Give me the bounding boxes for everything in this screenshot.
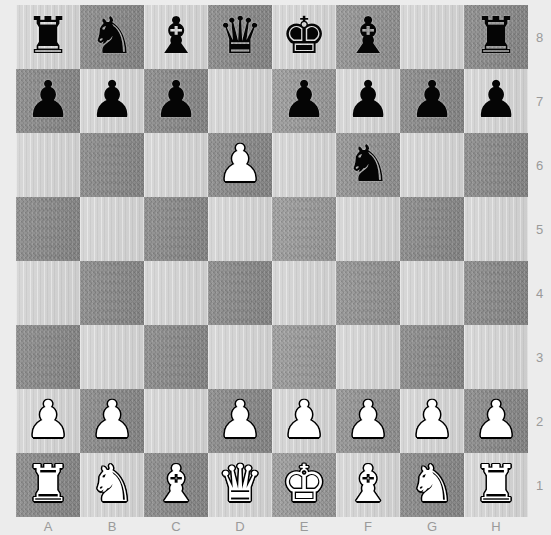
black-bishop-f8[interactable]: ♝: [345, 10, 391, 61]
white-bishop-f1[interactable]: ♝: [345, 458, 391, 509]
file-labels: ABCDEFGH: [16, 517, 528, 535]
square-a5[interactable]: [16, 197, 80, 261]
black-bishop-c8[interactable]: ♝: [153, 10, 199, 61]
square-b8[interactable]: ♞: [80, 5, 144, 69]
file-label-g: G: [400, 517, 464, 535]
rank-label-4: 4: [528, 261, 551, 325]
square-d2[interactable]: ♟: [208, 389, 272, 453]
white-king-e1[interactable]: ♚: [281, 458, 327, 509]
square-e3[interactable]: [272, 325, 336, 389]
white-queen-d1[interactable]: ♛: [217, 458, 263, 509]
square-g6[interactable]: [400, 133, 464, 197]
square-e7[interactable]: ♟: [272, 69, 336, 133]
square-b2[interactable]: ♟: [80, 389, 144, 453]
black-pawn-e7[interactable]: ♟: [281, 74, 327, 125]
square-f1[interactable]: ♝: [336, 453, 400, 517]
white-rook-h1[interactable]: ♜: [473, 458, 519, 509]
square-f3[interactable]: [336, 325, 400, 389]
square-d8[interactable]: ♛: [208, 5, 272, 69]
square-a7[interactable]: ♟: [16, 69, 80, 133]
square-f6[interactable]: ♞: [336, 133, 400, 197]
square-g5[interactable]: [400, 197, 464, 261]
square-g3[interactable]: [400, 325, 464, 389]
white-pawn-h2[interactable]: ♟: [473, 394, 519, 445]
square-g1[interactable]: ♞: [400, 453, 464, 517]
white-pawn-d6[interactable]: ♟: [217, 138, 263, 189]
square-c3[interactable]: [144, 325, 208, 389]
square-c6[interactable]: [144, 133, 208, 197]
square-e6[interactable]: [272, 133, 336, 197]
white-knight-g1[interactable]: ♞: [409, 458, 455, 509]
square-g7[interactable]: ♟: [400, 69, 464, 133]
black-knight-b8[interactable]: ♞: [89, 10, 135, 61]
file-label-d: D: [208, 517, 272, 535]
square-b6[interactable]: [80, 133, 144, 197]
square-g4[interactable]: [400, 261, 464, 325]
square-h2[interactable]: ♟: [464, 389, 528, 453]
square-e5[interactable]: [272, 197, 336, 261]
file-label-e: E: [272, 517, 336, 535]
square-f4[interactable]: [336, 261, 400, 325]
square-c7[interactable]: ♟: [144, 69, 208, 133]
square-c2[interactable]: [144, 389, 208, 453]
square-h7[interactable]: ♟: [464, 69, 528, 133]
rank-label-1: 1: [528, 453, 551, 517]
black-pawn-b7[interactable]: ♟: [89, 74, 135, 125]
white-knight-b1[interactable]: ♞: [89, 458, 135, 509]
chess-app: ♜♞♝♛♚♝♜♟♟♟♟♟♟♟♟♞♟♟♟♟♟♟♟♜♞♝♛♚♝♞♜ ABCDEFGH…: [0, 0, 551, 535]
rank-label-3: 3: [528, 325, 551, 389]
square-b4[interactable]: [80, 261, 144, 325]
square-h4[interactable]: [464, 261, 528, 325]
rank-label-2: 2: [528, 389, 551, 453]
square-h1[interactable]: ♜: [464, 453, 528, 517]
square-h5[interactable]: [464, 197, 528, 261]
square-e1[interactable]: ♚: [272, 453, 336, 517]
black-king-e8[interactable]: ♚: [281, 10, 327, 61]
square-g8[interactable]: [400, 5, 464, 69]
chess-board: ♜♞♝♛♚♝♜♟♟♟♟♟♟♟♟♞♟♟♟♟♟♟♟♜♞♝♛♚♝♞♜: [16, 5, 528, 517]
black-pawn-a7[interactable]: ♟: [25, 74, 71, 125]
white-bishop-c1[interactable]: ♝: [153, 458, 199, 509]
square-c8[interactable]: ♝: [144, 5, 208, 69]
square-e8[interactable]: ♚: [272, 5, 336, 69]
square-d1[interactable]: ♛: [208, 453, 272, 517]
black-pawn-h7[interactable]: ♟: [473, 74, 519, 125]
black-rook-a8[interactable]: ♜: [25, 10, 71, 61]
square-a1[interactable]: ♜: [16, 453, 80, 517]
square-e4[interactable]: [272, 261, 336, 325]
square-c5[interactable]: [144, 197, 208, 261]
square-b7[interactable]: ♟: [80, 69, 144, 133]
white-pawn-b2[interactable]: ♟: [89, 394, 135, 445]
file-label-h: H: [464, 517, 528, 535]
square-d5[interactable]: [208, 197, 272, 261]
square-h6[interactable]: [464, 133, 528, 197]
square-g2[interactable]: ♟: [400, 389, 464, 453]
square-b5[interactable]: [80, 197, 144, 261]
white-pawn-a2[interactable]: ♟: [25, 394, 71, 445]
square-c4[interactable]: [144, 261, 208, 325]
file-label-f: F: [336, 517, 400, 535]
file-label-c: C: [144, 517, 208, 535]
square-e2[interactable]: ♟: [272, 389, 336, 453]
square-f7[interactable]: ♟: [336, 69, 400, 133]
square-d6[interactable]: ♟: [208, 133, 272, 197]
square-h3[interactable]: [464, 325, 528, 389]
square-f2[interactable]: ♟: [336, 389, 400, 453]
black-queen-d8[interactable]: ♛: [217, 10, 263, 61]
square-f8[interactable]: ♝: [336, 5, 400, 69]
black-pawn-c7[interactable]: ♟: [153, 74, 199, 125]
white-rook-a1[interactable]: ♜: [25, 458, 71, 509]
square-d3[interactable]: [208, 325, 272, 389]
white-pawn-e2[interactable]: ♟: [281, 394, 327, 445]
square-a2[interactable]: ♟: [16, 389, 80, 453]
white-pawn-f2[interactable]: ♟: [345, 394, 391, 445]
square-a3[interactable]: [16, 325, 80, 389]
square-a8[interactable]: ♜: [16, 5, 80, 69]
white-pawn-g2[interactable]: ♟: [409, 394, 455, 445]
square-a6[interactable]: [16, 133, 80, 197]
square-d4[interactable]: [208, 261, 272, 325]
square-f5[interactable]: [336, 197, 400, 261]
rank-label-5: 5: [528, 197, 551, 261]
white-pawn-d2[interactable]: ♟: [217, 394, 263, 445]
rank-labels: 87654321: [528, 5, 551, 517]
square-a4[interactable]: [16, 261, 80, 325]
black-pawn-f7[interactable]: ♟: [345, 74, 391, 125]
black-rook-h8[interactable]: ♜: [473, 10, 519, 61]
rank-label-6: 6: [528, 133, 551, 197]
square-c1[interactable]: ♝: [144, 453, 208, 517]
rank-label-7: 7: [528, 69, 551, 133]
square-h8[interactable]: ♜: [464, 5, 528, 69]
file-label-b: B: [80, 517, 144, 535]
square-b1[interactable]: ♞: [80, 453, 144, 517]
file-label-a: A: [16, 517, 80, 535]
black-pawn-g7[interactable]: ♟: [409, 74, 455, 125]
rank-label-8: 8: [528, 5, 551, 69]
square-b3[interactable]: [80, 325, 144, 389]
square-d7[interactable]: [208, 69, 272, 133]
black-knight-f6[interactable]: ♞: [345, 138, 391, 189]
